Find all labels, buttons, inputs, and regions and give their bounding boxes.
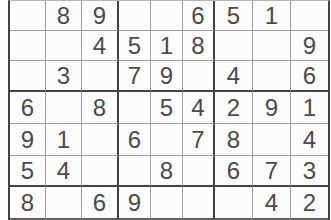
cell-r1c5[interactable] <box>151 1 183 31</box>
cell-r4c6[interactable]: 4 <box>183 92 215 124</box>
cell-r3c8[interactable] <box>253 61 291 92</box>
cell-r5c3[interactable] <box>82 124 119 156</box>
cell-r3c3[interactable] <box>82 61 119 92</box>
cell-r1c4[interactable] <box>119 1 151 31</box>
cell-r6c4[interactable] <box>119 156 151 187</box>
cell-r5c7[interactable]: 8 <box>215 124 253 156</box>
cell-r1c9[interactable] <box>291 1 328 31</box>
cell-r3c6[interactable] <box>183 61 215 92</box>
cell-r7c6[interactable] <box>183 187 215 220</box>
cell-r6c2[interactable]: 4 <box>46 156 82 187</box>
cell-r4c7[interactable]: 2 <box>215 92 253 124</box>
cell-r3c7[interactable]: 4 <box>215 61 253 92</box>
cell-r1c1[interactable] <box>10 1 46 31</box>
cell-r3c4[interactable]: 7 <box>119 61 151 92</box>
cell-r7c8[interactable]: 4 <box>253 187 291 220</box>
cell-r6c1[interactable]: 5 <box>10 156 46 187</box>
cell-r5c8[interactable] <box>253 124 291 156</box>
cell-r6c6[interactable] <box>183 156 215 187</box>
cell-r4c8[interactable]: 9 <box>253 92 291 124</box>
cell-r4c5[interactable]: 5 <box>151 92 183 124</box>
cell-r5c1[interactable]: 9 <box>10 124 46 156</box>
cell-r5c6[interactable]: 7 <box>183 124 215 156</box>
cell-r6c5[interactable]: 8 <box>151 156 183 187</box>
cell-r3c2[interactable]: 3 <box>46 61 82 92</box>
cell-r3c1[interactable] <box>10 61 46 92</box>
cell-r4c3[interactable]: 8 <box>82 92 119 124</box>
sudoku-grid: 896514518937946685429191678454867386942 <box>8 0 330 220</box>
cell-r7c9[interactable]: 2 <box>291 187 328 220</box>
cell-r2c8[interactable] <box>253 31 291 61</box>
cell-r6c7[interactable]: 6 <box>215 156 253 187</box>
cell-r2c3[interactable]: 4 <box>82 31 119 61</box>
cell-r4c9[interactable]: 1 <box>291 92 328 124</box>
cell-r2c7[interactable] <box>215 31 253 61</box>
cell-r7c1[interactable]: 8 <box>10 187 46 220</box>
cell-r1c8[interactable]: 1 <box>253 1 291 31</box>
cell-r7c4[interactable]: 9 <box>119 187 151 220</box>
cell-r4c4[interactable] <box>119 92 151 124</box>
cell-r2c1[interactable] <box>10 31 46 61</box>
cell-r2c9[interactable]: 9 <box>291 31 328 61</box>
cell-r6c3[interactable] <box>82 156 119 187</box>
cell-r5c4[interactable]: 6 <box>119 124 151 156</box>
cell-r6c9[interactable]: 3 <box>291 156 328 187</box>
cell-r3c9[interactable]: 6 <box>291 61 328 92</box>
cell-r1c7[interactable]: 5 <box>215 1 253 31</box>
cell-r6c8[interactable]: 7 <box>253 156 291 187</box>
cell-r7c7[interactable] <box>215 187 253 220</box>
cell-r1c6[interactable]: 6 <box>183 1 215 31</box>
cell-r2c5[interactable]: 1 <box>151 31 183 61</box>
cell-r1c3[interactable]: 9 <box>82 1 119 31</box>
cell-r4c1[interactable]: 6 <box>10 92 46 124</box>
page: { "game": "sudoku", "position": "0890065… <box>0 0 331 220</box>
cell-r1c2[interactable]: 8 <box>46 1 82 31</box>
cell-r2c2[interactable] <box>46 31 82 61</box>
cell-r2c4[interactable]: 5 <box>119 31 151 61</box>
cell-r2c6[interactable]: 8 <box>183 31 215 61</box>
cell-r7c2[interactable] <box>46 187 82 220</box>
cell-r4c2[interactable] <box>46 92 82 124</box>
cell-r7c5[interactable] <box>151 187 183 220</box>
cell-r3c5[interactable]: 9 <box>151 61 183 92</box>
cell-r7c3[interactable]: 6 <box>82 187 119 220</box>
cell-r5c9[interactable]: 4 <box>291 124 328 156</box>
cell-r5c5[interactable] <box>151 124 183 156</box>
cell-r5c2[interactable]: 1 <box>46 124 82 156</box>
